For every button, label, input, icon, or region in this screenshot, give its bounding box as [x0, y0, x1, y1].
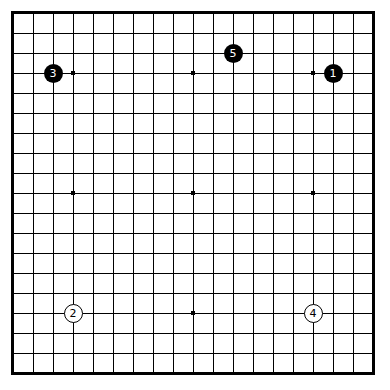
star-point	[71, 191, 75, 195]
star-point	[311, 191, 315, 195]
star-point	[191, 311, 195, 315]
star-point	[311, 71, 315, 75]
stone-black-3: 3	[44, 64, 63, 83]
star-point	[191, 191, 195, 195]
stone-white-2: 2	[64, 304, 83, 323]
go-diagram-page: 12345	[0, 0, 390, 390]
stone-white-4: 4	[304, 304, 323, 323]
star-point	[71, 71, 75, 75]
stone-black-5: 5	[224, 44, 243, 63]
star-point	[191, 71, 195, 75]
stone-black-1: 1	[324, 64, 343, 83]
go-board: 12345	[3, 3, 383, 383]
